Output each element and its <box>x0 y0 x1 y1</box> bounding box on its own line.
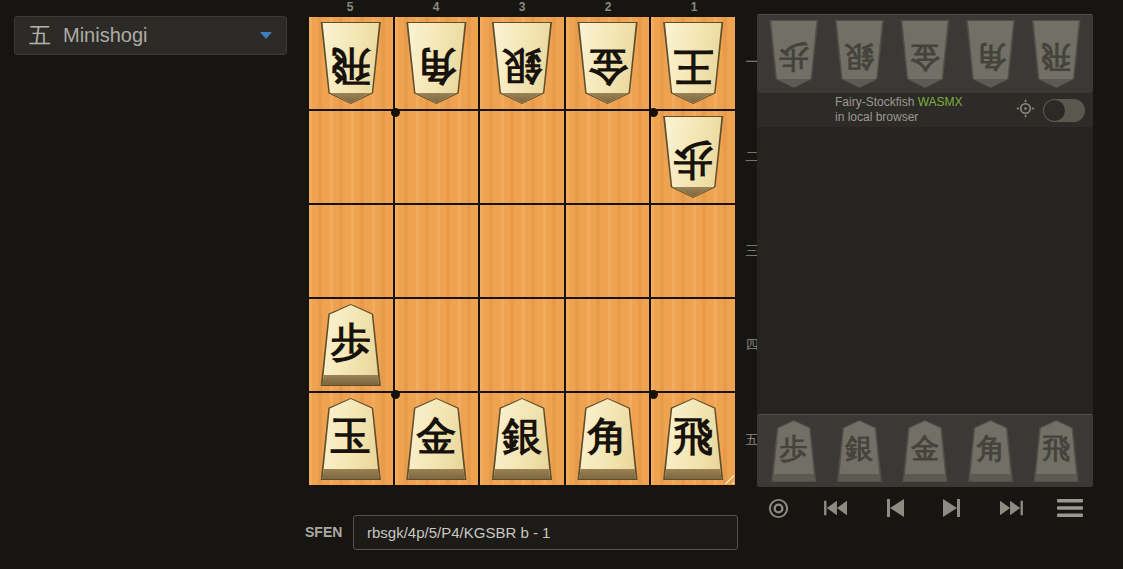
file-label: 4 <box>393 0 479 15</box>
piece-kanji: 金 <box>901 420 949 482</box>
board-cell[interactable] <box>395 299 479 391</box>
piece-king[interactable]: 王 <box>661 22 725 104</box>
board-area: 54321 飛角銀金王歩歩玉金銀角飛 一二三四五 <box>307 0 767 500</box>
menu-button[interactable] <box>1057 498 1083 518</box>
board-cell[interactable] <box>651 299 735 391</box>
piece-silver[interactable]: 銀 <box>833 20 885 88</box>
piece-kanji: 飛 <box>319 22 383 104</box>
skip-to-end-button[interactable] <box>998 497 1024 519</box>
board-cell[interactable]: 飛 <box>309 17 393 109</box>
board-cell[interactable]: 王 <box>651 17 735 109</box>
board-cell[interactable]: 銀 <box>480 17 564 109</box>
piece-kanji: 銀 <box>833 20 885 88</box>
shogi-board[interactable]: 飛角銀金王歩歩玉金銀角飛 <box>307 15 737 487</box>
piece-kanji: 銀 <box>835 420 883 482</box>
step-forward-button[interactable] <box>940 496 964 520</box>
piece-pawn[interactable]: 歩 <box>661 116 725 198</box>
board-cell[interactable]: 銀 <box>480 393 564 485</box>
piece-kanji: 角 <box>576 398 640 480</box>
engine-analysis-icon[interactable] <box>1016 99 1035 122</box>
piece-rook[interactable]: 飛 <box>319 22 383 104</box>
piece-kanji: 金 <box>899 20 951 88</box>
board-cell[interactable]: 金 <box>566 17 650 109</box>
piece-silver[interactable]: 銀 <box>490 398 554 480</box>
engine-row: Fairy-Stockfish WASMX in local browser <box>757 93 1093 127</box>
board-cell[interactable] <box>480 299 564 391</box>
file-label: 1 <box>651 0 737 15</box>
engine-info: Fairy-Stockfish WASMX in local browser <box>835 95 963 125</box>
piece-kanji: 歩 <box>768 20 820 88</box>
sfen-input[interactable] <box>353 515 738 550</box>
piece-bishop[interactable]: 角 <box>404 22 468 104</box>
board-cell[interactable] <box>395 111 479 203</box>
piece-kanji: 歩 <box>770 420 818 482</box>
board-cell[interactable] <box>480 205 564 297</box>
file-label: 3 <box>479 0 565 15</box>
piece-kanji: 角 <box>404 22 468 104</box>
board-cell[interactable] <box>480 111 564 203</box>
board-cell[interactable]: 金 <box>395 393 479 485</box>
variant-selector[interactable]: 五 Minishogi <box>14 16 287 55</box>
board-cell[interactable]: 飛 <box>651 393 735 485</box>
pocket-sente[interactable]: 歩銀金角飛 <box>757 414 1093 487</box>
piece-silver[interactable]: 銀 <box>490 22 554 104</box>
board-cell[interactable] <box>566 205 650 297</box>
sfen-label: SFEN <box>305 524 342 540</box>
piece-rook[interactable]: 飛 <box>1030 20 1082 88</box>
piece-pawn[interactable]: 歩 <box>319 304 383 386</box>
step-back-button[interactable] <box>883 496 907 520</box>
toggle-knob <box>1044 100 1065 121</box>
board-cell[interactable]: 角 <box>395 17 479 109</box>
board-cell[interactable] <box>395 205 479 297</box>
variant-kanji: 五 <box>29 21 51 51</box>
piece-silver[interactable]: 銀 <box>835 420 883 482</box>
piece-pawn[interactable]: 歩 <box>768 20 820 88</box>
board-cell[interactable] <box>566 299 650 391</box>
piece-bishop[interactable]: 角 <box>576 398 640 480</box>
piece-gold[interactable]: 金 <box>404 398 468 480</box>
piece-kanji: 銀 <box>490 22 554 104</box>
piece-rook[interactable]: 飛 <box>661 398 725 480</box>
board-settings-button[interactable] <box>767 497 790 520</box>
piece-kanji: 金 <box>404 398 468 480</box>
board-cell[interactable]: 歩 <box>651 111 735 203</box>
board-cell[interactable] <box>651 205 735 297</box>
file-label: 5 <box>307 0 393 15</box>
variant-label: Minishogi <box>63 24 147 47</box>
chevron-down-icon <box>260 32 272 39</box>
file-label: 2 <box>565 0 651 15</box>
engine-subtitle: in local browser <box>835 110 963 125</box>
playback-controls <box>757 487 1093 529</box>
piece-king[interactable]: 玉 <box>319 398 383 480</box>
board-cell[interactable] <box>566 111 650 203</box>
skip-to-start-button[interactable] <box>823 497 849 519</box>
star-point <box>649 108 658 117</box>
piece-bishop[interactable]: 角 <box>965 20 1017 88</box>
piece-pawn[interactable]: 歩 <box>770 420 818 482</box>
board-cell[interactable]: 角 <box>566 393 650 485</box>
piece-gold[interactable]: 金 <box>576 22 640 104</box>
piece-kanji: 歩 <box>319 304 383 386</box>
board-cell[interactable]: 玉 <box>309 393 393 485</box>
piece-kanji: 飛 <box>661 398 725 480</box>
piece-bishop[interactable]: 角 <box>967 420 1015 482</box>
board-cell[interactable] <box>309 205 393 297</box>
piece-rook[interactable]: 飛 <box>1032 420 1080 482</box>
piece-kanji: 飛 <box>1030 20 1082 88</box>
star-point <box>649 390 658 399</box>
board-cell[interactable]: 歩 <box>309 299 393 391</box>
piece-kanji: 金 <box>576 22 640 104</box>
piece-kanji: 角 <box>965 20 1017 88</box>
right-panel: 歩銀金角飛 Fairy-Stockfish WASMX in local bro… <box>757 0 1093 569</box>
piece-gold[interactable]: 金 <box>901 420 949 482</box>
piece-gold[interactable]: 金 <box>899 20 951 88</box>
piece-kanji: 角 <box>967 420 1015 482</box>
file-labels: 54321 <box>307 0 737 15</box>
move-list[interactable] <box>757 127 1093 414</box>
star-point <box>391 108 400 117</box>
piece-kanji: 歩 <box>661 116 725 198</box>
piece-kanji: 王 <box>661 22 725 104</box>
engine-toggle[interactable] <box>1043 99 1085 122</box>
engine-name: Fairy-Stockfish <box>835 95 914 109</box>
pocket-gote[interactable]: 歩銀金角飛 <box>757 14 1093 93</box>
board-cell[interactable] <box>309 111 393 203</box>
piece-kanji: 飛 <box>1032 420 1080 482</box>
star-point <box>391 390 400 399</box>
piece-kanji: 玉 <box>319 398 383 480</box>
engine-badge: WASMX <box>918 95 963 109</box>
piece-kanji: 銀 <box>490 398 554 480</box>
